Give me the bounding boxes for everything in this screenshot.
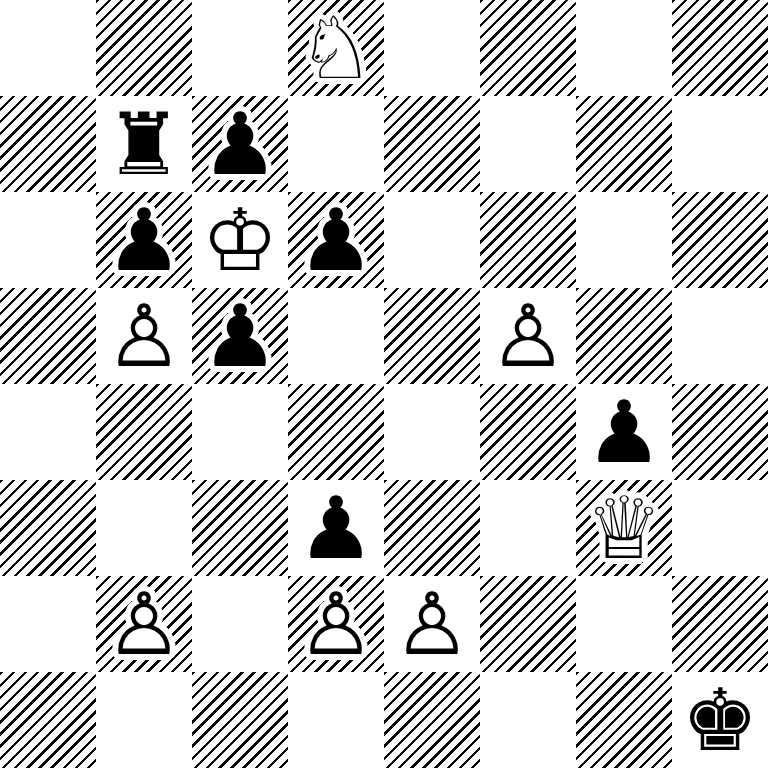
square-e2[interactable]: ♟♙ (384, 576, 480, 672)
square-h3[interactable] (672, 480, 768, 576)
piece-glyph: ♙ (480, 288, 576, 384)
chess-board: ♞♘♜♜♟♟♟♟♚♔♟♟♟♙♟♟♟♙♟♟♟♟♛♕♟♙♟♙♟♙♚♚ (0, 0, 768, 768)
square-f7[interactable] (480, 96, 576, 192)
square-g1[interactable] (576, 672, 672, 768)
piece-glyph: ♜ (96, 96, 192, 192)
white-king-piece-c6: ♚♔ (192, 192, 288, 288)
black-pawn-piece-c5: ♟♟ (192, 288, 288, 384)
piece-glyph: ♟ (96, 192, 192, 288)
piece-glyph: ♟ (288, 192, 384, 288)
black-pawn-piece-c7: ♟♟ (192, 96, 288, 192)
square-g8[interactable] (576, 0, 672, 96)
square-e6[interactable] (384, 192, 480, 288)
piece-glyph: ♟ (192, 288, 288, 384)
square-a2[interactable] (0, 576, 96, 672)
square-d4[interactable] (288, 384, 384, 480)
square-e8[interactable] (384, 0, 480, 96)
square-d1[interactable] (288, 672, 384, 768)
square-c5[interactable]: ♟♟ (192, 288, 288, 384)
piece-glyph: ♙ (288, 576, 384, 672)
square-f3[interactable] (480, 480, 576, 576)
square-c2[interactable] (192, 576, 288, 672)
square-f1[interactable] (480, 672, 576, 768)
square-b8[interactable] (96, 0, 192, 96)
piece-glyph: ♕ (576, 480, 672, 576)
square-c3[interactable] (192, 480, 288, 576)
square-a3[interactable] (0, 480, 96, 576)
square-a6[interactable] (0, 192, 96, 288)
piece-glyph: ♙ (384, 576, 480, 672)
square-b2[interactable]: ♟♙ (96, 576, 192, 672)
white-pawn-piece-e2: ♟♙ (384, 576, 480, 672)
square-c4[interactable] (192, 384, 288, 480)
square-d2[interactable]: ♟♙ (288, 576, 384, 672)
white-pawn-piece-d2: ♟♙ (288, 576, 384, 672)
square-b1[interactable] (96, 672, 192, 768)
square-f8[interactable] (480, 0, 576, 96)
piece-glyph: ♙ (96, 576, 192, 672)
white-pawn-piece-b2: ♟♙ (96, 576, 192, 672)
square-g4[interactable]: ♟♟ (576, 384, 672, 480)
square-g7[interactable] (576, 96, 672, 192)
white-queen-piece-g3: ♛♕ (576, 480, 672, 576)
square-e4[interactable] (384, 384, 480, 480)
square-c7[interactable]: ♟♟ (192, 96, 288, 192)
square-b7[interactable]: ♜♜ (96, 96, 192, 192)
square-a8[interactable] (0, 0, 96, 96)
piece-glyph: ♘ (288, 0, 384, 96)
square-f2[interactable] (480, 576, 576, 672)
square-e3[interactable] (384, 480, 480, 576)
square-h2[interactable] (672, 576, 768, 672)
square-g5[interactable] (576, 288, 672, 384)
square-a4[interactable] (0, 384, 96, 480)
black-rook-piece-b7: ♜♜ (96, 96, 192, 192)
white-knight-piece-d8: ♞♘ (288, 0, 384, 96)
square-g3[interactable]: ♛♕ (576, 480, 672, 576)
black-pawn-piece-b6: ♟♟ (96, 192, 192, 288)
square-f5[interactable]: ♟♙ (480, 288, 576, 384)
square-h1[interactable]: ♚♚ (672, 672, 768, 768)
square-h7[interactable] (672, 96, 768, 192)
square-d3[interactable]: ♟♟ (288, 480, 384, 576)
square-h5[interactable] (672, 288, 768, 384)
square-h6[interactable] (672, 192, 768, 288)
square-c8[interactable] (192, 0, 288, 96)
square-b6[interactable]: ♟♟ (96, 192, 192, 288)
square-b3[interactable] (96, 480, 192, 576)
square-a1[interactable] (0, 672, 96, 768)
square-f4[interactable] (480, 384, 576, 480)
square-b5[interactable]: ♟♙ (96, 288, 192, 384)
black-pawn-piece-g4: ♟♟ (576, 384, 672, 480)
square-b4[interactable] (96, 384, 192, 480)
square-f6[interactable] (480, 192, 576, 288)
square-e7[interactable] (384, 96, 480, 192)
square-e5[interactable] (384, 288, 480, 384)
square-e1[interactable] (384, 672, 480, 768)
white-pawn-piece-b5: ♟♙ (96, 288, 192, 384)
white-pawn-piece-f5: ♟♙ (480, 288, 576, 384)
piece-glyph: ♙ (96, 288, 192, 384)
square-d7[interactable] (288, 96, 384, 192)
square-c6[interactable]: ♚♔ (192, 192, 288, 288)
square-h8[interactable] (672, 0, 768, 96)
square-h4[interactable] (672, 384, 768, 480)
square-d6[interactable]: ♟♟ (288, 192, 384, 288)
piece-glyph: ♚ (672, 672, 768, 768)
black-king-piece-h1: ♚♚ (672, 672, 768, 768)
black-pawn-piece-d6: ♟♟ (288, 192, 384, 288)
square-d8[interactable]: ♞♘ (288, 0, 384, 96)
square-g2[interactable] (576, 576, 672, 672)
black-pawn-piece-d3: ♟♟ (288, 480, 384, 576)
square-g6[interactable] (576, 192, 672, 288)
square-a5[interactable] (0, 288, 96, 384)
square-c1[interactable] (192, 672, 288, 768)
piece-glyph: ♟ (288, 480, 384, 576)
piece-glyph: ♟ (576, 384, 672, 480)
piece-glyph: ♔ (192, 192, 288, 288)
square-d5[interactable] (288, 288, 384, 384)
square-a7[interactable] (0, 96, 96, 192)
piece-glyph: ♟ (192, 96, 288, 192)
